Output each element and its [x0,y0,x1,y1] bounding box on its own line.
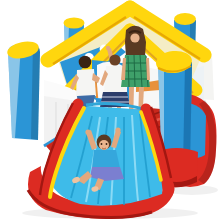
far-left-column [6,39,41,140]
slider-eye [101,143,103,145]
bounce-house-photo: Inflatable kids bounce house with gable … [0,0,220,220]
back-left-column-cap [64,18,85,29]
girl1-hair [109,54,120,65]
slider-shirt [92,150,120,168]
bounce-house-illustration [0,0,220,220]
slider-eye [106,143,108,145]
girl2-face [130,33,139,42]
back-right-column-cap [174,13,196,25]
boy-hair [79,56,92,69]
slider-hand-left [85,129,90,134]
girl1-hand [106,46,110,50]
slider-hand-right [115,127,120,132]
